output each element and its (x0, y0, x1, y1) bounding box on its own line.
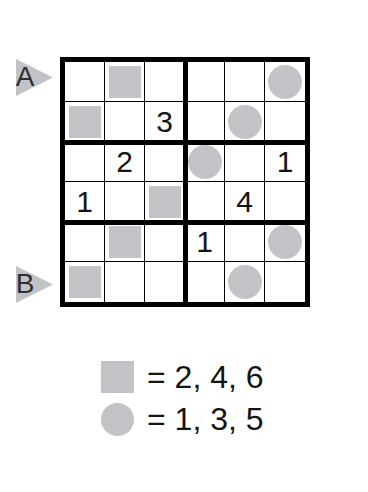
odd-circle-marker (228, 265, 262, 299)
cell-r5c5[interactable] (225, 222, 265, 262)
cell-r6c1[interactable] (65, 262, 105, 302)
cell-r5c4[interactable]: 1 (185, 222, 225, 262)
even-square-swatch (101, 361, 134, 393)
cell-r4c3[interactable] (145, 182, 185, 222)
even-square-marker (69, 266, 101, 298)
even-square-marker (109, 66, 141, 98)
cell-r1c3[interactable] (145, 62, 185, 102)
cell-r4c6[interactable] (265, 182, 305, 222)
cell-r1c4[interactable] (185, 62, 225, 102)
given-digit: 3 (156, 107, 173, 137)
legend-odd-row: = 1, 3, 5 (101, 400, 264, 438)
cell-r2c1[interactable] (65, 102, 105, 142)
cell-r5c1[interactable] (65, 222, 105, 262)
cell-r1c6[interactable] (265, 62, 305, 102)
cell-r3c1[interactable] (65, 142, 105, 182)
legend-odd-text: = 1, 3, 5 (147, 400, 264, 438)
cell-r6c3[interactable] (145, 262, 185, 302)
cell-r3c5[interactable] (225, 142, 265, 182)
cell-r1c1[interactable] (65, 62, 105, 102)
odd-circle-marker (188, 145, 222, 179)
even-square-marker (149, 186, 181, 218)
cell-r4c4[interactable] (185, 182, 225, 222)
legend-even-row: = 2, 4, 6 (101, 358, 264, 396)
cell-r5c3[interactable] (145, 222, 185, 262)
cell-r2c4[interactable] (185, 102, 225, 142)
row-marker-a: A (10, 58, 56, 98)
given-digit: 1 (277, 147, 294, 177)
cell-r5c2[interactable] (105, 222, 145, 262)
cell-r6c4[interactable] (185, 262, 225, 302)
row-marker-a-label: A (10, 58, 40, 96)
cell-r6c2[interactable] (105, 262, 145, 302)
cell-r5c6[interactable] (265, 222, 305, 262)
puzzle-page: A B 321141 = 2, 4, 6 = 1, 3, 5 (0, 0, 368, 492)
cell-r3c2[interactable]: 2 (105, 142, 145, 182)
odd-circle-marker (228, 105, 262, 139)
legend-even-text: = 2, 4, 6 (147, 358, 264, 396)
even-square-marker (69, 106, 101, 138)
given-digit: 4 (236, 187, 253, 217)
cell-r1c2[interactable] (105, 62, 145, 102)
cell-r2c3[interactable]: 3 (145, 102, 185, 142)
odd-circle-marker (268, 225, 302, 259)
cell-r4c2[interactable] (105, 182, 145, 222)
cell-r3c4[interactable] (185, 142, 225, 182)
cell-r6c6[interactable] (265, 262, 305, 302)
cell-r2c2[interactable] (105, 102, 145, 142)
even-square-marker (109, 226, 141, 258)
given-digit: 1 (76, 187, 93, 217)
cell-r6c5[interactable] (225, 262, 265, 302)
cell-r1c5[interactable] (225, 62, 265, 102)
cell-r4c1[interactable]: 1 (65, 182, 105, 222)
cell-r3c6[interactable]: 1 (265, 142, 305, 182)
cell-r4c5[interactable]: 4 (225, 182, 265, 222)
cell-r2c6[interactable] (265, 102, 305, 142)
odd-circle-swatch (101, 403, 134, 436)
odd-circle-marker (268, 65, 302, 99)
row-marker-b-label: B (10, 265, 40, 303)
row-marker-b: B (10, 265, 56, 305)
given-digit: 1 (196, 227, 213, 257)
cell-r3c3[interactable] (145, 142, 185, 182)
sudoku-board: 321141 (60, 57, 310, 307)
cell-r2c5[interactable] (225, 102, 265, 142)
given-digit: 2 (116, 147, 133, 177)
